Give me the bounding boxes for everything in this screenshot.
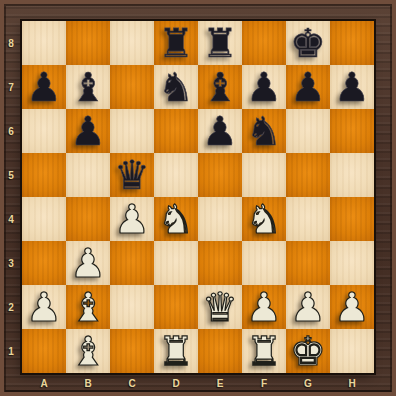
square-f2[interactable]: ♟ [242,285,286,329]
piece-white-knight[interactable]: ♞ [246,197,282,241]
square-h3[interactable] [330,241,374,285]
piece-black-pawn[interactable]: ♟ [334,65,370,109]
square-c5[interactable]: ♛ [110,153,154,197]
square-g5[interactable] [286,153,330,197]
square-c7[interactable] [110,65,154,109]
square-d5[interactable] [154,153,198,197]
square-e7[interactable]: ♝ [198,65,242,109]
chess-board: ♜♜♚♟♝♞♝♟♟♟♟♟♞♛♟♞♞♟♟♝♛♟♟♟♝♜♜♚ [22,21,374,373]
square-a6[interactable] [22,109,66,153]
piece-black-bishop[interactable]: ♝ [70,65,106,109]
square-h8[interactable] [330,21,374,65]
square-e2[interactable]: ♛ [198,285,242,329]
square-h1[interactable] [330,329,374,373]
square-b4[interactable] [66,197,110,241]
square-b3[interactable]: ♟ [66,241,110,285]
piece-black-pawn[interactable]: ♟ [246,65,282,109]
rank-label-3: 3 [0,241,22,285]
square-e1[interactable] [198,329,242,373]
rank-labels: 87654321 [0,21,22,373]
piece-white-bishop[interactable]: ♝ [70,285,106,329]
piece-white-pawn[interactable]: ♟ [26,285,62,329]
square-c2[interactable] [110,285,154,329]
square-c8[interactable] [110,21,154,65]
square-f4[interactable]: ♞ [242,197,286,241]
square-a5[interactable] [22,153,66,197]
piece-white-pawn[interactable]: ♟ [114,197,150,241]
square-g8[interactable]: ♚ [286,21,330,65]
rank-label-4: 4 [0,197,22,241]
square-c6[interactable] [110,109,154,153]
piece-black-knight[interactable]: ♞ [246,109,282,153]
square-a3[interactable] [22,241,66,285]
square-c1[interactable] [110,329,154,373]
square-d2[interactable] [154,285,198,329]
rank-label-6: 6 [0,109,22,153]
square-a1[interactable] [22,329,66,373]
piece-black-rook[interactable]: ♜ [202,21,238,65]
square-e3[interactable] [198,241,242,285]
piece-white-pawn[interactable]: ♟ [70,241,106,285]
square-f7[interactable]: ♟ [242,65,286,109]
square-a8[interactable] [22,21,66,65]
square-f8[interactable] [242,21,286,65]
square-g1[interactable]: ♚ [286,329,330,373]
piece-white-pawn[interactable]: ♟ [290,285,326,329]
piece-black-pawn[interactable]: ♟ [70,109,106,153]
rank-label-7: 7 [0,65,22,109]
file-labels: ABCDEFGH [22,373,374,396]
square-a7[interactable]: ♟ [22,65,66,109]
piece-white-bishop[interactable]: ♝ [70,329,106,373]
square-b5[interactable] [66,153,110,197]
square-d1[interactable]: ♜ [154,329,198,373]
piece-black-pawn[interactable]: ♟ [202,109,238,153]
piece-white-pawn[interactable]: ♟ [246,285,282,329]
piece-black-rook[interactable]: ♜ [158,21,194,65]
square-h2[interactable]: ♟ [330,285,374,329]
square-b7[interactable]: ♝ [66,65,110,109]
square-d7[interactable]: ♞ [154,65,198,109]
square-h6[interactable] [330,109,374,153]
square-f1[interactable]: ♜ [242,329,286,373]
square-d4[interactable]: ♞ [154,197,198,241]
square-a2[interactable]: ♟ [22,285,66,329]
square-d6[interactable] [154,109,198,153]
piece-white-rook[interactable]: ♜ [246,329,282,373]
piece-black-pawn[interactable]: ♟ [26,65,62,109]
piece-white-knight[interactable]: ♞ [158,197,194,241]
square-d3[interactable] [154,241,198,285]
rank-label-2: 2 [0,285,22,329]
square-b6[interactable]: ♟ [66,109,110,153]
rank-label-5: 5 [0,153,22,197]
rank-label-1: 1 [0,329,22,373]
square-b8[interactable] [66,21,110,65]
square-g7[interactable]: ♟ [286,65,330,109]
square-g2[interactable]: ♟ [286,285,330,329]
square-c4[interactable]: ♟ [110,197,154,241]
piece-black-bishop[interactable]: ♝ [202,65,238,109]
square-a4[interactable] [22,197,66,241]
square-f3[interactable] [242,241,286,285]
chess-app-window: ♜♜♚♟♝♞♝♟♟♟♟♟♞♛♟♞♞♟♟♝♛♟♟♟♝♜♜♚ 87654321 AB… [0,0,396,396]
square-e6[interactable]: ♟ [198,109,242,153]
square-h7[interactable]: ♟ [330,65,374,109]
square-f5[interactable] [242,153,286,197]
square-e8[interactable]: ♜ [198,21,242,65]
square-c3[interactable] [110,241,154,285]
square-h5[interactable] [330,153,374,197]
piece-white-king[interactable]: ♚ [290,329,326,373]
square-b2[interactable]: ♝ [66,285,110,329]
piece-black-knight[interactable]: ♞ [158,65,194,109]
square-g4[interactable] [286,197,330,241]
square-f6[interactable]: ♞ [242,109,286,153]
square-h4[interactable] [330,197,374,241]
piece-white-rook[interactable]: ♜ [158,329,194,373]
square-b1[interactable]: ♝ [66,329,110,373]
frame-seam [5,390,391,392]
square-g3[interactable] [286,241,330,285]
piece-black-pawn[interactable]: ♟ [290,65,326,109]
square-g6[interactable] [286,109,330,153]
piece-black-king[interactable]: ♚ [290,21,326,65]
piece-black-queen[interactable]: ♛ [114,153,150,197]
rank-label-8: 8 [0,21,22,65]
piece-white-queen[interactable]: ♛ [202,285,238,329]
square-e4[interactable] [198,197,242,241]
square-e5[interactable] [198,153,242,197]
square-d8[interactable]: ♜ [154,21,198,65]
piece-white-pawn[interactable]: ♟ [334,285,370,329]
